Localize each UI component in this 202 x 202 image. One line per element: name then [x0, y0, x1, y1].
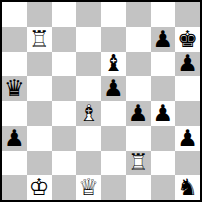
square-e4[interactable] [101, 101, 126, 126]
square-h8[interactable] [175, 2, 200, 27]
square-g2[interactable] [151, 151, 176, 176]
square-b5[interactable] [27, 76, 52, 101]
square-d5[interactable] [76, 76, 101, 101]
square-a6[interactable] [2, 52, 27, 77]
square-a2[interactable] [2, 151, 27, 176]
square-e7[interactable] [101, 27, 126, 52]
square-f5[interactable] [126, 76, 151, 101]
square-f6[interactable] [126, 52, 151, 77]
square-g5[interactable] [151, 76, 176, 101]
black-pawn-g4[interactable]: ♟ [151, 101, 176, 126]
square-c7[interactable] [52, 27, 77, 52]
white-rook-b7[interactable]: ♖ [27, 27, 52, 52]
square-d1[interactable]: ♛♕ [76, 175, 101, 200]
black-pawn-f4[interactable]: ♟ [126, 101, 151, 126]
square-g3[interactable] [151, 126, 176, 151]
black-knight-h1[interactable]: ♞ [175, 175, 200, 200]
square-c3[interactable] [52, 126, 77, 151]
square-f1[interactable] [126, 175, 151, 200]
chess-board: ♜♖♟♚♝♟♛♟♝♗♟♟♟♟♜♖♚♔♛♕♞ [2, 2, 200, 200]
square-e6[interactable]: ♝ [101, 52, 126, 77]
square-f3[interactable] [126, 126, 151, 151]
square-h7[interactable]: ♚ [175, 27, 200, 52]
white-rook-fill: ♜ [27, 27, 52, 52]
square-g7[interactable]: ♟ [151, 27, 176, 52]
black-pawn-a3[interactable]: ♟ [2, 126, 27, 151]
black-pawn-h3[interactable]: ♟ [175, 126, 200, 151]
square-f2[interactable]: ♜♖ [126, 151, 151, 176]
square-h5[interactable] [175, 76, 200, 101]
square-e8[interactable] [101, 2, 126, 27]
square-a5[interactable]: ♛ [2, 76, 27, 101]
square-d3[interactable] [76, 126, 101, 151]
square-g6[interactable] [151, 52, 176, 77]
square-d7[interactable] [76, 27, 101, 52]
square-g8[interactable] [151, 2, 176, 27]
square-c4[interactable] [52, 101, 77, 126]
square-h2[interactable] [175, 151, 200, 176]
square-e2[interactable] [101, 151, 126, 176]
square-e3[interactable] [101, 126, 126, 151]
square-b1[interactable]: ♚♔ [27, 175, 52, 200]
square-d6[interactable] [76, 52, 101, 77]
black-pawn-g7[interactable]: ♟ [151, 27, 176, 52]
square-d4[interactable]: ♝♗ [76, 101, 101, 126]
black-pawn-h6[interactable]: ♟ [175, 52, 200, 77]
black-bishop-e6[interactable]: ♝ [101, 52, 126, 77]
square-f7[interactable] [126, 27, 151, 52]
black-pawn-e5[interactable]: ♟ [101, 76, 126, 101]
square-b8[interactable] [27, 2, 52, 27]
white-king-b1[interactable]: ♔ [27, 175, 52, 200]
square-h3[interactable]: ♟ [175, 126, 200, 151]
chess-board-frame: ♜♖♟♚♝♟♛♟♝♗♟♟♟♟♜♖♚♔♛♕♞ [0, 0, 202, 202]
square-h4[interactable] [175, 101, 200, 126]
square-a7[interactable] [2, 27, 27, 52]
white-bishop-d4[interactable]: ♗ [76, 101, 101, 126]
square-f4[interactable]: ♟ [126, 101, 151, 126]
square-h6[interactable]: ♟ [175, 52, 200, 77]
square-c2[interactable] [52, 151, 77, 176]
square-b3[interactable] [27, 126, 52, 151]
square-a8[interactable] [2, 2, 27, 27]
square-g4[interactable]: ♟ [151, 101, 176, 126]
square-b4[interactable] [27, 101, 52, 126]
square-a1[interactable] [2, 175, 27, 200]
white-bishop-fill: ♝ [76, 101, 101, 126]
square-b6[interactable] [27, 52, 52, 77]
white-queen-d1[interactable]: ♕ [76, 175, 101, 200]
square-b2[interactable] [27, 151, 52, 176]
square-c6[interactable] [52, 52, 77, 77]
square-g1[interactable] [151, 175, 176, 200]
square-a3[interactable]: ♟ [2, 126, 27, 151]
square-c5[interactable] [52, 76, 77, 101]
square-e5[interactable]: ♟ [101, 76, 126, 101]
square-d2[interactable] [76, 151, 101, 176]
black-queen-a5[interactable]: ♛ [2, 76, 27, 101]
square-e1[interactable] [101, 175, 126, 200]
black-king-h7[interactable]: ♚ [175, 27, 200, 52]
square-f8[interactable] [126, 2, 151, 27]
square-d8[interactable] [76, 2, 101, 27]
white-rook-fill: ♜ [126, 151, 151, 176]
square-c1[interactable] [52, 175, 77, 200]
white-queen-fill: ♛ [76, 175, 101, 200]
square-c8[interactable] [52, 2, 77, 27]
white-king-fill: ♚ [27, 175, 52, 200]
square-h1[interactable]: ♞ [175, 175, 200, 200]
square-b7[interactable]: ♜♖ [27, 27, 52, 52]
square-a4[interactable] [2, 101, 27, 126]
white-rook-f2[interactable]: ♖ [126, 151, 151, 176]
